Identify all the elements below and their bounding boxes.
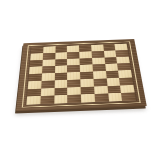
square-f1 (94, 94, 108, 103)
square-c1 (54, 95, 68, 104)
product-photo-scene (0, 0, 160, 160)
square-a1 (26, 96, 40, 105)
board-squares-grid (26, 44, 136, 105)
square-b1 (40, 96, 54, 105)
square-g1 (108, 93, 123, 102)
square-e1 (81, 94, 95, 103)
square-h1 (121, 92, 136, 101)
chess-board (16, 39, 147, 111)
square-d1 (67, 95, 81, 104)
